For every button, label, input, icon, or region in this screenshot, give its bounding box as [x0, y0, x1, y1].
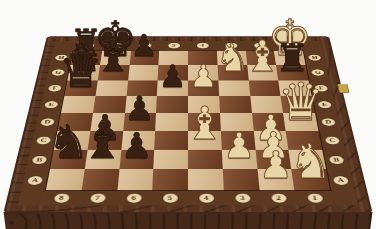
coordinate-medallion: 1	[305, 192, 324, 202]
board-square-f3[interactable]	[218, 80, 250, 96]
black-pawn-b6[interactable]: ♟	[121, 128, 153, 163]
white-pawn-a2[interactable]: ♟	[259, 147, 293, 185]
coordinate-medallion: 5	[167, 42, 181, 49]
board-square-c5[interactable]	[154, 130, 188, 149]
coordinate-band-bottom: 87654321	[42, 190, 335, 205]
coordinate-medallion: A	[26, 175, 45, 185]
board-square-a4[interactable]	[188, 169, 224, 190]
coordinate-medallion: 6	[125, 192, 143, 202]
product-photo-scene: 87654321 87654321 HGFEDCBA HGFEDCBA ♜♞♛♞…	[0, 0, 376, 229]
black-pawn-h6[interactable]: ♟	[131, 31, 158, 61]
board-square-a6[interactable]	[117, 169, 154, 190]
coordinate-medallion: 7	[88, 192, 106, 202]
coordinate-medallion: 3	[233, 192, 251, 202]
white-pawn-b3[interactable]: ♟	[223, 128, 255, 163]
board-square-f2[interactable]	[248, 80, 280, 96]
coordinate-medallion: B	[30, 154, 48, 163]
white-bishop-g2[interactable]: ♝	[243, 35, 281, 78]
black-pawn-d6[interactable]: ♟	[124, 93, 154, 126]
white-knight-a1[interactable]: ♞	[289, 138, 332, 186]
black-bishop-b7[interactable]: ♝	[81, 116, 125, 165]
white-pawn-f4[interactable]: ♟	[190, 61, 218, 92]
coordinate-medallion: 4	[196, 42, 210, 49]
coordinate-medallion: 8	[52, 192, 71, 202]
board-square-a5[interactable]	[152, 169, 188, 190]
coordinate-medallion: 4	[198, 192, 215, 202]
coordinate-medallion: E	[43, 100, 59, 108]
board-square-b4[interactable]	[188, 149, 223, 169]
brass-clasp	[337, 83, 350, 92]
board-square-a8[interactable]	[46, 169, 85, 190]
frame-corner	[18, 190, 45, 205]
box-front-side	[4, 211, 373, 229]
coordinate-medallion: A	[332, 175, 351, 185]
board-square-e5[interactable]	[156, 96, 188, 113]
board-square-a7[interactable]	[81, 169, 119, 190]
frame-corner	[331, 190, 358, 205]
white-bishop-c4[interactable]: ♝	[184, 101, 225, 146]
black-queen-f8[interactable]: ♛	[59, 45, 103, 94]
board-square-b5[interactable]	[153, 149, 188, 169]
coordinate-medallion: 2	[269, 192, 287, 202]
board-square-a3[interactable]	[223, 169, 260, 190]
coordinate-medallion: 5	[161, 192, 178, 202]
black-pawn-f5[interactable]: ♟	[159, 61, 187, 92]
board-square-d5[interactable]	[155, 113, 188, 131]
